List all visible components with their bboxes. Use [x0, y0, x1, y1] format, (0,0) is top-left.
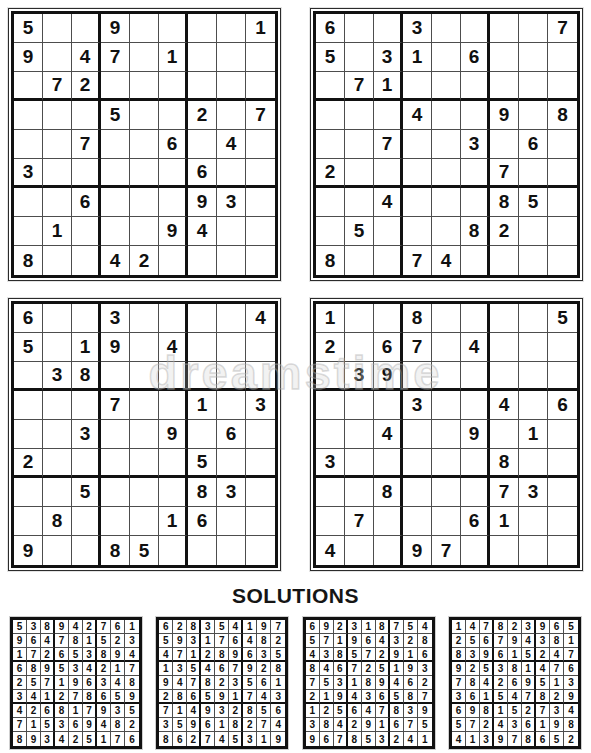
cell-r6c9 [246, 449, 275, 478]
cell-r2c8: 2 [111, 634, 125, 648]
cell-r3c8: 4 [550, 648, 564, 662]
cell-r7c2 [43, 478, 72, 507]
cell-r3c2: 7 [173, 648, 187, 662]
cell-r8c2: 7 [345, 507, 374, 536]
cell-r1c8 [217, 14, 246, 43]
cell-r7c7: 9 [188, 188, 217, 217]
cell-r7c6: 7 [376, 704, 390, 718]
cell-r5c8: 6 [404, 676, 418, 690]
cell-r4c1: 1 [159, 662, 173, 676]
cell-r8c6: 8 [229, 718, 243, 732]
cell-r5c8: 1 [519, 420, 548, 449]
cell-r6c6: 1 [229, 690, 243, 704]
cell-r4c2: 8 [27, 662, 41, 676]
cell-r5c5 [130, 130, 159, 159]
cell-r7c2 [345, 478, 374, 507]
cell-r4c1 [14, 391, 43, 420]
cell-r7c4: 1 [494, 704, 508, 718]
sudoku-puzzle-2-grid: 63753167149873627485582874 [313, 11, 580, 278]
cell-r3c1 [14, 362, 43, 391]
cell-r1c1: 6 [159, 620, 173, 634]
cell-r4c3 [374, 391, 403, 420]
cell-r4c4: 7 [348, 662, 362, 676]
cell-r4c5 [130, 391, 159, 420]
cell-r9c7: 1 [97, 732, 111, 746]
cell-r1c5: 4 [69, 620, 83, 634]
cell-r5c2 [345, 420, 374, 449]
cell-r7c8: 3 [550, 704, 564, 718]
cell-r8c4 [101, 217, 130, 246]
cell-r6c7: 5 [390, 690, 404, 704]
cell-r2c6: 4 [522, 634, 536, 648]
cell-r3c9: 6 [418, 648, 432, 662]
cell-r6c1: 3 [316, 449, 345, 478]
cell-r9c9 [246, 246, 275, 275]
cell-r4c5: 2 [362, 662, 376, 676]
cell-r2c4: 1 [403, 43, 432, 72]
cell-r8c6: 9 [83, 718, 97, 732]
cell-r9c6 [159, 536, 188, 565]
sudoku-solution-2: 6283541975931764824712896351354679289478… [156, 617, 288, 749]
cell-r8c2: 5 [345, 217, 374, 246]
cell-r5c1: 9 [159, 676, 173, 690]
cell-r1c1: 6 [316, 14, 345, 43]
cell-r1c4: 3 [348, 620, 362, 634]
sudoku-puzzle-4-grid: 18526743934649138873761497 [313, 301, 580, 568]
cell-r7c5 [432, 188, 461, 217]
cell-r6c8 [217, 159, 246, 188]
cell-r2c9: 2 [271, 634, 285, 648]
cell-r1c6: 3 [522, 620, 536, 634]
cell-r1c6: 2 [83, 620, 97, 634]
cell-r3c9: 4 [125, 648, 139, 662]
cell-r4c9: 3 [246, 391, 275, 420]
cell-r4c1 [316, 101, 345, 130]
cell-r7c1: 7 [159, 704, 173, 718]
cell-r9c8: 5 [550, 732, 564, 746]
cell-r2c1: 5 [159, 634, 173, 648]
cell-r8c5 [432, 217, 461, 246]
cell-r5c6: 6 [83, 676, 97, 690]
cell-r8c6: 8 [461, 217, 490, 246]
cell-r6c1: 2 [14, 449, 43, 478]
cell-r2c8 [519, 333, 548, 362]
cell-r5c2: 5 [27, 676, 41, 690]
cell-r7c6 [159, 478, 188, 507]
cell-r4c2 [345, 391, 374, 420]
cell-r6c7: 7 [490, 159, 519, 188]
cell-r6c3: 1 [41, 690, 55, 704]
cell-r4c8: 1 [111, 662, 125, 676]
cell-r3c1 [316, 362, 345, 391]
cell-r8c1: 7 [13, 718, 27, 732]
cell-r3c7 [490, 362, 519, 391]
cell-r4c1: 6 [13, 662, 27, 676]
cell-r8c1: 3 [159, 718, 173, 732]
cell-r7c2: 2 [27, 704, 41, 718]
cell-r5c5 [130, 420, 159, 449]
cell-r3c8 [519, 362, 548, 391]
cell-r7c4: 8 [55, 704, 69, 718]
cell-r3c5: 5 [69, 648, 83, 662]
cell-r2c7 [490, 43, 519, 72]
cell-r5c7 [188, 130, 217, 159]
cell-r7c6 [159, 188, 188, 217]
cell-r6c2 [43, 449, 72, 478]
cell-r2c1: 2 [452, 634, 466, 648]
cell-r2c2: 6 [27, 634, 41, 648]
cell-r6c3 [374, 159, 403, 188]
cell-r3c9 [548, 362, 577, 391]
cell-r9c5: 5 [362, 732, 376, 746]
cell-r6c6 [159, 159, 188, 188]
cell-r6c6: 7 [522, 690, 536, 704]
cell-r4c8 [519, 101, 548, 130]
cell-r8c5 [130, 507, 159, 536]
cell-r6c2 [345, 159, 374, 188]
cell-r3c6: 5 [522, 648, 536, 662]
cell-r4c1: 9 [452, 662, 466, 676]
cell-r9c2: 9 [27, 732, 41, 746]
cell-r1c2 [43, 14, 72, 43]
cell-r2c5 [130, 43, 159, 72]
cell-r4c9: 6 [564, 662, 578, 676]
sudoku-solution-4-grid: 1478239652567943818396152479253814767842… [449, 617, 581, 749]
cell-r2c4: 9 [101, 333, 130, 362]
cell-r6c5 [130, 449, 159, 478]
cell-r3c2: 3 [345, 362, 374, 391]
cell-r8c8 [519, 507, 548, 536]
cell-r7c1: 1 [306, 704, 320, 718]
cell-r2c2 [43, 43, 72, 72]
cell-r3c6 [159, 362, 188, 391]
cell-r9c5: 7 [508, 732, 522, 746]
cell-r7c7: 8 [188, 478, 217, 507]
cell-r5c8: 4 [111, 676, 125, 690]
cell-r2c5 [432, 43, 461, 72]
cell-r8c6: 9 [159, 217, 188, 246]
cell-r8c8 [217, 217, 246, 246]
cell-r3c5 [432, 362, 461, 391]
cell-r3c5: 7 [362, 648, 376, 662]
cell-r2c7: 5 [97, 634, 111, 648]
cell-r4c3: 5 [480, 662, 494, 676]
cell-r3c6 [159, 72, 188, 101]
cell-r3c1: 4 [306, 648, 320, 662]
cell-r2c3: 1 [334, 634, 348, 648]
cell-r1c5 [432, 304, 461, 333]
cell-r1c9: 5 [548, 304, 577, 333]
cell-r4c5: 8 [508, 662, 522, 676]
cell-r4c4: 7 [101, 391, 130, 420]
cell-r8c6: 6 [522, 718, 536, 732]
cell-r7c4 [101, 478, 130, 507]
cell-r2c2: 5 [466, 634, 480, 648]
cell-r5c4: 1 [348, 676, 362, 690]
cell-r2c8: 2 [404, 634, 418, 648]
cell-r4c7: 1 [390, 662, 404, 676]
cell-r3c8: 3 [257, 648, 271, 662]
cell-r8c3 [374, 507, 403, 536]
cell-r7c4 [101, 188, 130, 217]
cell-r7c1 [14, 188, 43, 217]
cell-r9c3: 7 [334, 732, 348, 746]
cell-r2c2: 9 [173, 634, 187, 648]
cell-r3c6: 2 [376, 648, 390, 662]
cell-r6c9: 3 [271, 690, 285, 704]
cell-r7c3: 5 [72, 478, 101, 507]
cell-r5c6: 9 [159, 420, 188, 449]
cell-r2c1: 9 [13, 634, 27, 648]
cell-r5c2 [43, 130, 72, 159]
cell-r8c8: 7 [257, 718, 271, 732]
cell-r8c7: 1 [490, 507, 519, 536]
cell-r5c8: 1 [550, 676, 564, 690]
cell-r2c7 [490, 333, 519, 362]
cell-r7c6: 2 [229, 704, 243, 718]
sudoku-solution-3-grid: 6923187545719643284385729168467251937531… [303, 617, 435, 749]
cell-r7c9 [246, 478, 275, 507]
cell-r9c6: 8 [522, 732, 536, 746]
cell-r8c2: 8 [320, 718, 334, 732]
cell-r2c6: 6 [229, 634, 243, 648]
cell-r9c9: 2 [564, 732, 578, 746]
cell-r5c6: 9 [376, 676, 390, 690]
cell-r3c4: 6 [55, 648, 69, 662]
cell-r5c7: 4 [390, 676, 404, 690]
cell-r2c3: 4 [72, 43, 101, 72]
cell-r1c2: 4 [466, 620, 480, 634]
cell-r8c6: 1 [159, 507, 188, 536]
cell-r1c8 [519, 14, 548, 43]
cell-r1c5: 1 [362, 620, 376, 634]
cell-r6c5: 7 [69, 690, 83, 704]
cell-r9c8 [217, 246, 246, 275]
cell-r9c8: 7 [111, 732, 125, 746]
cell-r9c1: 8 [14, 246, 43, 275]
cell-r9c2 [345, 536, 374, 565]
cell-r2c4: 7 [403, 333, 432, 362]
cell-r2c9: 3 [125, 634, 139, 648]
cell-r2c5: 8 [69, 634, 83, 648]
cell-r3c6: 3 [83, 648, 97, 662]
cell-r9c6: 3 [376, 732, 390, 746]
sudoku-sheet: 59194717252776436693194842 6375316714987… [0, 0, 591, 749]
cell-r8c4 [101, 507, 130, 536]
cell-r3c2: 3 [320, 648, 334, 662]
cell-r7c8: 5 [519, 188, 548, 217]
cell-r8c3: 5 [41, 718, 55, 732]
cell-r2c9 [548, 43, 577, 72]
cell-r2c1: 5 [14, 333, 43, 362]
cell-r7c8: 3 [519, 478, 548, 507]
cell-r1c5: 2 [508, 620, 522, 634]
solutions-area: 5389427619647815231726538946895342172571… [8, 617, 583, 749]
cell-r5c3: 7 [72, 130, 101, 159]
cell-r1c4: 3 [403, 14, 432, 43]
cell-r8c7: 2 [490, 217, 519, 246]
cell-r3c7: 8 [97, 648, 111, 662]
cell-r3c9 [548, 72, 577, 101]
cell-r6c7: 7 [243, 690, 257, 704]
cell-r9c4: 8 [101, 536, 130, 565]
cell-r7c4: 9 [201, 704, 215, 718]
cell-r5c2 [345, 130, 374, 159]
cell-r6c2 [43, 159, 72, 188]
cell-r7c3: 8 [480, 704, 494, 718]
cell-r9c5: 5 [130, 536, 159, 565]
cell-r8c5 [130, 217, 159, 246]
cell-r3c7: 9 [390, 648, 404, 662]
cell-r6c8: 8 [404, 690, 418, 704]
cell-r5c4 [101, 130, 130, 159]
cell-r5c3: 7 [187, 676, 201, 690]
cell-r2c7: 3 [536, 634, 550, 648]
cell-r3c5: 8 [215, 648, 229, 662]
cell-r6c2: 8 [173, 690, 187, 704]
cell-r4c4: 3 [494, 662, 508, 676]
cell-r9c8 [217, 536, 246, 565]
cell-r8c7: 6 [188, 507, 217, 536]
cell-r8c8 [519, 217, 548, 246]
cell-r2c8 [217, 43, 246, 72]
cell-r5c8: 6 [257, 676, 271, 690]
cell-r7c3: 8 [374, 478, 403, 507]
cell-r7c6: 2 [522, 704, 536, 718]
cell-r1c7 [188, 14, 217, 43]
cell-r9c9: 9 [271, 732, 285, 746]
cell-r5c9: 1 [271, 676, 285, 690]
cell-r1c1: 6 [306, 620, 320, 634]
cell-r7c4 [403, 188, 432, 217]
cell-r8c9: 2 [125, 718, 139, 732]
cell-r9c3 [72, 246, 101, 275]
cell-r8c5: 3 [508, 718, 522, 732]
cell-r7c5 [130, 188, 159, 217]
cell-r4c2: 4 [320, 662, 334, 676]
cell-r5c9: 2 [418, 676, 432, 690]
cell-r1c1: 6 [14, 304, 43, 333]
cell-r1c3 [374, 304, 403, 333]
cell-r9c6 [461, 246, 490, 275]
cell-r7c5 [130, 478, 159, 507]
cell-r9c3: 2 [187, 732, 201, 746]
cell-r5c6: 9 [522, 676, 536, 690]
cell-r2c9: 1 [564, 634, 578, 648]
cell-r5c1: 2 [13, 676, 27, 690]
cell-r2c7: 3 [390, 634, 404, 648]
cell-r1c3: 8 [41, 620, 55, 634]
cell-r6c9 [548, 159, 577, 188]
cell-r9c2 [43, 536, 72, 565]
sudoku-solution-2-grid: 6283541975931764824712896351354679289478… [156, 617, 288, 749]
cell-r5c5 [432, 420, 461, 449]
cell-r7c5 [432, 478, 461, 507]
cell-r8c3: 2 [480, 718, 494, 732]
cell-r8c8 [217, 507, 246, 536]
cell-r2c1: 9 [14, 43, 43, 72]
cell-r5c9 [246, 130, 275, 159]
cell-r3c5 [432, 72, 461, 101]
cell-r3c1: 1 [13, 648, 27, 662]
cell-r7c8: 5 [257, 704, 271, 718]
cell-r7c4 [403, 478, 432, 507]
cell-r6c5 [432, 449, 461, 478]
cell-r1c7: 9 [536, 620, 550, 634]
cell-r2c6: 4 [376, 634, 390, 648]
cell-r1c6 [159, 304, 188, 333]
cell-r1c3: 2 [334, 620, 348, 634]
cell-r3c6 [461, 362, 490, 391]
cell-r3c3: 9 [374, 362, 403, 391]
cell-r9c1: 4 [452, 732, 466, 746]
cell-r5c7 [490, 420, 519, 449]
cell-r9c4: 4 [101, 246, 130, 275]
cell-r5c1 [14, 420, 43, 449]
cell-r1c9: 1 [246, 14, 275, 43]
cell-r8c3: 4 [334, 718, 348, 732]
cell-r9c6 [159, 246, 188, 275]
cell-r2c7 [188, 43, 217, 72]
cell-r4c6 [159, 391, 188, 420]
cell-r4c9: 8 [548, 101, 577, 130]
cell-r7c5: 1 [69, 704, 83, 718]
cell-r9c3 [72, 536, 101, 565]
cell-r7c1: 6 [452, 704, 466, 718]
cell-r4c2: 2 [466, 662, 480, 676]
cell-r3c7 [188, 362, 217, 391]
cell-r6c1: 3 [452, 690, 466, 704]
cell-r9c7 [490, 246, 519, 275]
cell-r5c6: 3 [229, 676, 243, 690]
cell-r2c3: 1 [72, 333, 101, 362]
cell-r1c8 [217, 304, 246, 333]
sudoku-puzzle-1-grid: 59194717252776436693194842 [11, 11, 278, 278]
cell-r4c5: 3 [69, 662, 83, 676]
cell-r7c3: 6 [41, 704, 55, 718]
cell-r2c9: 8 [418, 634, 432, 648]
cell-r5c2 [43, 420, 72, 449]
cell-r9c5: 2 [130, 246, 159, 275]
cell-r4c2 [345, 101, 374, 130]
cell-r3c3: 2 [41, 648, 55, 662]
cell-r4c8: 9 [404, 662, 418, 676]
cell-r7c1 [316, 478, 345, 507]
cell-r6c3: 1 [480, 690, 494, 704]
cell-r5c6: 3 [461, 130, 490, 159]
cell-r6c6 [159, 449, 188, 478]
cell-r4c4: 5 [101, 101, 130, 130]
cell-r6c1: 2 [316, 159, 345, 188]
cell-r7c9 [246, 188, 275, 217]
cell-r1c2: 3 [27, 620, 41, 634]
cell-r9c9 [548, 536, 577, 565]
cell-r7c3: 5 [334, 704, 348, 718]
puzzle-area: 59194717252776436693194842 6375316714987… [8, 8, 583, 571]
cell-r1c2 [345, 304, 374, 333]
cell-r8c9 [548, 507, 577, 536]
cell-r5c4: 2 [494, 676, 508, 690]
cell-r8c7: 4 [97, 718, 111, 732]
cell-r1c7: 7 [97, 620, 111, 634]
cell-r1c7 [490, 14, 519, 43]
cell-r1c4: 3 [201, 620, 215, 634]
cell-r6c4 [101, 449, 130, 478]
cell-r6c3 [72, 449, 101, 478]
cell-r7c9: 6 [271, 704, 285, 718]
cell-r6c9 [246, 159, 275, 188]
cell-r6c9: 9 [564, 690, 578, 704]
